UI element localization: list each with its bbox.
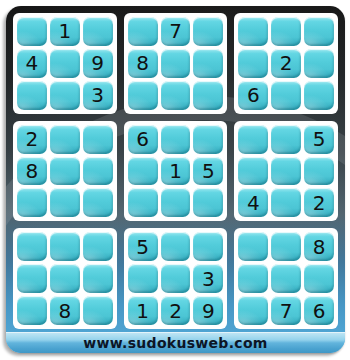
- sudoku-box-8: 53129: [124, 228, 228, 329]
- sudoku-cell-r5c6[interactable]: 5: [193, 157, 223, 186]
- sudoku-box-2: 78: [124, 13, 228, 114]
- sudoku-board: 1493782628615542853129876: [6, 6, 345, 332]
- sudoku-cell-r9c8[interactable]: 7: [271, 296, 301, 325]
- sudoku-cell-r3c3[interactable]: 3: [83, 81, 113, 110]
- sudoku-cell-r5c2[interactable]: [50, 157, 80, 186]
- sudoku-cell-r1c6[interactable]: [193, 17, 223, 46]
- sudoku-cell-r3c9[interactable]: [304, 81, 334, 110]
- sudoku-box-3: 26: [234, 13, 338, 114]
- sudoku-cell-r2c9[interactable]: [304, 49, 334, 78]
- sudoku-cell-r3c5[interactable]: [161, 81, 191, 110]
- sudoku-cell-r4c1[interactable]: 2: [17, 125, 47, 154]
- sudoku-cell-r7c6[interactable]: [193, 232, 223, 261]
- sudoku-cell-r1c5[interactable]: 7: [161, 17, 191, 46]
- sudoku-cell-r9c5[interactable]: 2: [161, 296, 191, 325]
- footer-bar: www.sudokusweb.com: [6, 332, 345, 353]
- sudoku-cell-r3c6[interactable]: [193, 81, 223, 110]
- sudoku-cell-r2c2[interactable]: [50, 49, 80, 78]
- sudoku-box-9: 876: [234, 228, 338, 329]
- sudoku-cell-r3c1[interactable]: [17, 81, 47, 110]
- sudoku-cell-r8c5[interactable]: [161, 264, 191, 293]
- sudoku-cell-r3c2[interactable]: [50, 81, 80, 110]
- sudoku-cell-r7c7[interactable]: [238, 232, 268, 261]
- sudoku-cell-r4c5[interactable]: [161, 125, 191, 154]
- sudoku-cell-r7c5[interactable]: [161, 232, 191, 261]
- sudoku-cell-r2c4[interactable]: 8: [128, 49, 158, 78]
- sudoku-cell-r5c4[interactable]: [128, 157, 158, 186]
- sudoku-cell-r5c3[interactable]: [83, 157, 113, 186]
- sudoku-cell-r5c1[interactable]: 8: [17, 157, 47, 186]
- sudoku-cell-r8c8[interactable]: [271, 264, 301, 293]
- sudoku-cell-r6c1[interactable]: [17, 188, 47, 217]
- sudoku-cell-r4c6[interactable]: [193, 125, 223, 154]
- sudoku-cell-r2c8[interactable]: 2: [271, 49, 301, 78]
- sudoku-cell-r2c7[interactable]: [238, 49, 268, 78]
- sudoku-cell-r9c4[interactable]: 1: [128, 296, 158, 325]
- sudoku-cell-r4c2[interactable]: [50, 125, 80, 154]
- sudoku-cell-r8c6[interactable]: 3: [193, 264, 223, 293]
- sudoku-cell-r1c9[interactable]: [304, 17, 334, 46]
- sudoku-cell-r9c2[interactable]: 8: [50, 296, 80, 325]
- sudoku-cell-r2c5[interactable]: [161, 49, 191, 78]
- sudoku-cell-r7c8[interactable]: [271, 232, 301, 261]
- sudoku-cell-r8c9[interactable]: [304, 264, 334, 293]
- sudoku-cell-r8c3[interactable]: [83, 264, 113, 293]
- sudoku-cell-r7c3[interactable]: [83, 232, 113, 261]
- sudoku-box-4: 28: [13, 121, 117, 222]
- sudoku-cell-r8c1[interactable]: [17, 264, 47, 293]
- sudoku-cell-r7c9[interactable]: 8: [304, 232, 334, 261]
- sudoku-cell-r7c4[interactable]: 5: [128, 232, 158, 261]
- sudoku-cell-r6c8[interactable]: [271, 188, 301, 217]
- sudoku-cell-r3c7[interactable]: 6: [238, 81, 268, 110]
- sudoku-cell-r1c1[interactable]: [17, 17, 47, 46]
- sudoku-box-6: 542: [234, 121, 338, 222]
- sudoku-cell-r2c1[interactable]: 4: [17, 49, 47, 78]
- sudoku-cell-r3c4[interactable]: [128, 81, 158, 110]
- sudoku-cell-r5c9[interactable]: [304, 157, 334, 186]
- sudoku-cell-r6c9[interactable]: 2: [304, 188, 334, 217]
- sudoku-cell-r9c3[interactable]: [83, 296, 113, 325]
- sudoku-cell-r5c5[interactable]: 1: [161, 157, 191, 186]
- sudoku-cell-r2c6[interactable]: [193, 49, 223, 78]
- sudoku-cell-r6c7[interactable]: 4: [238, 188, 268, 217]
- sudoku-cell-r1c4[interactable]: [128, 17, 158, 46]
- sudoku-cell-r4c8[interactable]: [271, 125, 301, 154]
- sudoku-cell-r1c8[interactable]: [271, 17, 301, 46]
- sudoku-cell-r4c3[interactable]: [83, 125, 113, 154]
- sudoku-cell-r9c9[interactable]: 6: [304, 296, 334, 325]
- sudoku-cell-r8c7[interactable]: [238, 264, 268, 293]
- sudoku-cell-r4c9[interactable]: 5: [304, 125, 334, 154]
- sudoku-box-1: 1493: [13, 13, 117, 114]
- sudoku-cell-r7c2[interactable]: [50, 232, 80, 261]
- site-url: www.sudokusweb.com: [83, 335, 267, 351]
- sudoku-cell-r2c3[interactable]: 9: [83, 49, 113, 78]
- sudoku-cell-r6c4[interactable]: [128, 188, 158, 217]
- sudoku-cell-r8c4[interactable]: [128, 264, 158, 293]
- sudoku-cell-r1c2[interactable]: 1: [50, 17, 80, 46]
- sudoku-cell-r6c6[interactable]: [193, 188, 223, 217]
- puzzle-frame: 1493782628615542853129876 www.sudokusweb…: [6, 6, 345, 353]
- page-background: { "game": { "name": "sudoku", "grid_size…: [0, 0, 350, 360]
- sudoku-cell-r6c2[interactable]: [50, 188, 80, 217]
- sudoku-cell-r6c3[interactable]: [83, 188, 113, 217]
- sudoku-cell-r8c2[interactable]: [50, 264, 80, 293]
- sudoku-cell-r7c1[interactable]: [17, 232, 47, 261]
- sudoku-cell-r9c7[interactable]: [238, 296, 268, 325]
- sudoku-box-7: 8: [13, 228, 117, 329]
- sudoku-box-5: 615: [124, 121, 228, 222]
- sudoku-cell-r9c1[interactable]: [17, 296, 47, 325]
- sudoku-cell-r1c3[interactable]: [83, 17, 113, 46]
- sudoku-cell-r4c7[interactable]: [238, 125, 268, 154]
- sudoku-cell-r6c5[interactable]: [161, 188, 191, 217]
- sudoku-cell-r5c8[interactable]: [271, 157, 301, 186]
- sudoku-cell-r1c7[interactable]: [238, 17, 268, 46]
- sudoku-cell-r3c8[interactable]: [271, 81, 301, 110]
- sudoku-cell-r9c6[interactable]: 9: [193, 296, 223, 325]
- sudoku-cell-r5c7[interactable]: [238, 157, 268, 186]
- sudoku-cell-r4c4[interactable]: 6: [128, 125, 158, 154]
